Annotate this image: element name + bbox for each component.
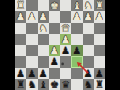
square-c8[interactable] (71, 79, 82, 90)
piece-white-knight: ♞ (84, 0, 93, 11)
piece-black-knight: ♞ (84, 79, 93, 90)
square-f4[interactable] (38, 34, 49, 45)
square-e6[interactable]: ♟ (49, 56, 60, 67)
piece-white-bishop: ♝ (72, 0, 81, 11)
square-a2[interactable]: ♟ (94, 11, 105, 22)
square-d8[interactable]: ♛ (60, 79, 71, 90)
square-a5[interactable] (94, 45, 105, 56)
square-b7[interactable]: ♟ (83, 68, 94, 79)
square-f2[interactable]: ♟ (38, 11, 49, 22)
square-f5[interactable] (38, 45, 49, 56)
chess-board: ♜♚♝♞♜♟♟♟♟♟♟♞♛♟♟♟♟♟♟♟♟♟♟♜♞♝♚♛♞♜ (15, 0, 105, 90)
square-d5[interactable]: ♟ (60, 45, 71, 56)
square-f7[interactable]: ♟ (38, 68, 49, 79)
square-b1[interactable]: ♞ (83, 0, 94, 11)
square-h3[interactable] (15, 23, 26, 34)
square-c1[interactable]: ♝ (71, 0, 82, 11)
square-f8[interactable]: ♝ (38, 79, 49, 90)
piece-white-pawn: ♟ (39, 11, 48, 22)
piece-white-pawn: ♟ (27, 11, 36, 22)
square-c7[interactable] (71, 68, 82, 79)
square-d4[interactable]: ♟ (60, 34, 71, 45)
piece-black-bishop: ♝ (39, 79, 48, 90)
square-g3[interactable] (26, 23, 37, 34)
piece-white-pawn: ♟ (95, 11, 104, 22)
square-a8[interactable]: ♜ (94, 79, 105, 90)
square-e7[interactable] (49, 68, 60, 79)
square-g1[interactable] (26, 0, 37, 11)
piece-white-pawn: ♟ (61, 34, 70, 45)
square-e4[interactable] (49, 34, 60, 45)
square-b3[interactable] (83, 23, 94, 34)
piece-black-pawn: ♟ (84, 68, 93, 79)
square-c4[interactable] (71, 34, 82, 45)
square-g4[interactable] (26, 34, 37, 45)
square-d7[interactable] (60, 68, 71, 79)
piece-black-rook: ♜ (95, 79, 104, 90)
piece-black-pawn: ♟ (27, 68, 36, 79)
square-b8[interactable]: ♞ (83, 79, 94, 90)
piece-black-pawn: ♟ (95, 68, 104, 79)
piece-black-pawn: ♟ (61, 45, 70, 56)
piece-black-pawn: ♟ (72, 45, 81, 56)
square-d1[interactable] (60, 0, 71, 11)
square-c3[interactable] (71, 23, 82, 34)
square-d2[interactable] (60, 11, 71, 22)
square-c5[interactable]: ♟ (71, 45, 82, 56)
piece-black-pawn: ♟ (39, 68, 48, 79)
piece-white-pawn: ♟ (50, 45, 59, 56)
square-h1[interactable]: ♜ (15, 0, 26, 11)
square-d6[interactable] (60, 56, 71, 67)
square-b5[interactable] (83, 45, 94, 56)
square-e5[interactable]: ♟ (49, 45, 60, 56)
piece-black-pawn: ♟ (16, 68, 25, 79)
piece-white-rook: ♜ (95, 0, 104, 11)
square-d3[interactable]: ♛ (60, 23, 71, 34)
letterbox-right (105, 0, 120, 90)
video-frame: ♜♚♝♞♜♟♟♟♟♟♟♞♛♟♟♟♟♟♟♟♟♟♟♜♞♝♚♛♞♜ (0, 0, 120, 90)
square-e3[interactable] (49, 23, 60, 34)
board-grid: ♜♚♝♞♜♟♟♟♟♟♟♞♛♟♟♟♟♟♟♟♟♟♟♜♞♝♚♛♞♜ (15, 0, 105, 90)
square-a7[interactable]: ♟ (94, 68, 105, 79)
square-e8[interactable]: ♚ (49, 79, 60, 90)
piece-black-queen: ♛ (61, 79, 70, 90)
square-e2[interactable] (49, 11, 60, 22)
square-g7[interactable]: ♟ (26, 68, 37, 79)
square-b4[interactable] (83, 34, 94, 45)
square-b2[interactable]: ♟ (83, 11, 94, 22)
square-g6[interactable] (26, 56, 37, 67)
piece-black-rook: ♜ (16, 79, 25, 90)
piece-black-knight: ♞ (27, 79, 36, 90)
square-b6[interactable] (83, 56, 94, 67)
square-a3[interactable] (94, 23, 105, 34)
square-g5[interactable] (26, 45, 37, 56)
square-h6[interactable] (15, 56, 26, 67)
piece-white-pawn: ♟ (16, 11, 25, 22)
square-g2[interactable]: ♟ (26, 11, 37, 22)
letterbox-left (0, 0, 15, 90)
piece-white-king: ♚ (50, 0, 59, 11)
square-f3[interactable]: ♞ (38, 23, 49, 34)
piece-black-king: ♚ (50, 79, 59, 90)
square-c6[interactable] (71, 56, 82, 67)
square-g8[interactable]: ♞ (26, 79, 37, 90)
square-f6[interactable] (38, 56, 49, 67)
square-a4[interactable] (94, 34, 105, 45)
square-e1[interactable]: ♚ (49, 0, 60, 11)
square-h7[interactable]: ♟ (15, 68, 26, 79)
piece-white-pawn: ♟ (72, 11, 81, 22)
piece-white-knight: ♞ (39, 23, 48, 34)
square-a6[interactable] (94, 56, 105, 67)
square-c2[interactable]: ♟ (71, 11, 82, 22)
square-a1[interactable]: ♜ (94, 0, 105, 11)
piece-black-pawn: ♟ (50, 56, 59, 67)
square-h4[interactable] (15, 34, 26, 45)
square-h5[interactable] (15, 45, 26, 56)
piece-white-pawn: ♟ (84, 11, 93, 22)
piece-white-rook: ♜ (16, 0, 25, 11)
square-f1[interactable] (38, 0, 49, 11)
square-h2[interactable]: ♟ (15, 11, 26, 22)
piece-white-queen: ♛ (61, 23, 70, 34)
square-h8[interactable]: ♜ (15, 79, 26, 90)
